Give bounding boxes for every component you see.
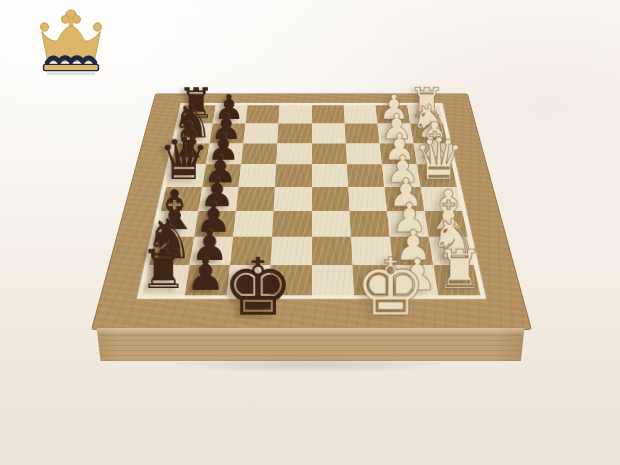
square-e3 [348,187,387,211]
square-b3 [344,124,379,144]
square-f3 [349,211,389,237]
square-d3 [347,164,385,187]
square-f5 [272,211,311,237]
square-d6 [239,164,277,187]
square-d5 [275,164,311,187]
crown-body [42,26,101,61]
white-king: ♚ [355,248,401,328]
square-c5 [276,143,311,164]
gold-crown-logo [26,6,116,84]
squares-grid: ♜♟♟♜♞♟♟♞♝♟♟♝♛♟♟♛♟♟♝♟♟♝♞♟♟♞♜♟♟♜ [143,105,481,295]
square-c4 [312,143,347,164]
square-h4 [312,265,354,295]
board-shadow [110,356,510,378]
crown-wave [47,58,95,63]
square-b4 [312,124,346,144]
square-a4 [312,105,345,124]
crown-base [44,64,99,70]
black-pawn: ♟ [186,253,226,297]
square-h1: ♜ [433,265,480,295]
board-frame: ♜♟♟♜♞♟♟♞♝♟♟♝♛♟♟♛♟♟♝♟♟♝♞♟♟♞♜♟♟♜ ♚ ♚ [91,94,532,330]
black-rook: ♜ [139,243,187,297]
square-f4 [312,211,351,237]
square-c3 [345,143,381,164]
square-h8: ♜ [143,265,190,295]
square-a3 [343,105,377,124]
square-a6 [246,105,280,124]
chessboard: ♜♟♟♜♞♟♟♞♝♟♟♝♛♟♟♛♟♟♝♟♟♝♞♟♟♞♜♟♟♜ ♚ ♚ [91,94,532,330]
crown-left-tip [40,23,48,31]
square-f6 [233,211,273,237]
square-b6 [244,124,279,144]
square-b5 [278,124,312,144]
square-e4 [312,187,350,211]
square-e6 [236,187,275,211]
crown-base-shadow [47,72,96,74]
crown-right-tip [93,23,101,31]
square-a5 [279,105,312,124]
scene: ♜♟♟♜♞♟♟♞♝♟♟♝♛♟♟♛♟♟♝♟♟♝♞♟♟♞♜♟♟♜ ♚ ♚ [0,0,620,465]
black-king: ♚ [222,248,268,328]
square-d4 [312,164,348,187]
white-rook: ♜ [436,243,484,297]
square-e5 [274,187,312,211]
square-c6 [241,143,277,164]
playing-field: ♜♟♟♜♞♟♟♞♝♟♟♝♛♟♟♛♟♟♝♟♟♝♞♟♟♞♜♟♟♜ [136,103,487,300]
crown-clover [61,10,80,28]
square-g4 [312,237,353,265]
